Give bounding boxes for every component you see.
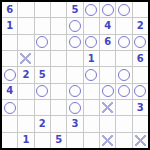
- circle-mark: [85, 69, 97, 81]
- circle-mark: [102, 85, 114, 97]
- clue-number: 2: [39, 119, 46, 129]
- cell-r5c9[interactable]: [133, 67, 148, 82]
- clue-number: 5: [55, 135, 62, 145]
- cross-mark: [20, 53, 31, 64]
- cell-r9c5[interactable]: [67, 133, 82, 148]
- cell-r4c4[interactable]: [51, 51, 66, 66]
- cell-r6c1[interactable]: 4: [2, 84, 17, 99]
- cell-r6c7[interactable]: [100, 84, 115, 99]
- cross-mark: [102, 135, 113, 146]
- circle-mark: [118, 36, 130, 48]
- cell-r2c7[interactable]: 4: [100, 18, 115, 33]
- cell-r5c6[interactable]: [84, 67, 99, 82]
- cell-r8c1[interactable]: [2, 116, 17, 131]
- cell-r7c3[interactable]: [35, 100, 50, 115]
- cell-r9c9[interactable]: [133, 133, 148, 148]
- cell-r1c5[interactable]: 5: [67, 2, 82, 17]
- circle-mark: [134, 36, 146, 48]
- cell-r7c2[interactable]: [18, 100, 33, 115]
- circle-mark: [85, 36, 97, 48]
- cell-r3c3[interactable]: [35, 35, 50, 50]
- clue-number: 6: [6, 5, 13, 15]
- cell-r6c5[interactable]: [67, 84, 82, 99]
- clue-number: 6: [137, 54, 144, 64]
- cell-r1c8[interactable]: [116, 2, 131, 17]
- cell-r6c8[interactable]: [116, 84, 131, 99]
- cell-r3c6[interactable]: [84, 35, 99, 50]
- circle-mark: [118, 85, 130, 97]
- cell-r1c9[interactable]: [133, 2, 148, 17]
- cell-r1c1[interactable]: 6: [2, 2, 17, 17]
- cell-r8c2[interactable]: [18, 116, 33, 131]
- cell-r6c9[interactable]: [133, 84, 148, 99]
- circle-mark: [118, 69, 130, 81]
- clue-number: 1: [6, 21, 13, 31]
- cell-r4c1[interactable]: [2, 51, 17, 66]
- puzzle-board: 6514261625432315: [2, 2, 148, 148]
- circle-mark: [85, 4, 97, 16]
- circle-mark: [69, 85, 81, 97]
- cell-r9c3[interactable]: [35, 133, 50, 148]
- cell-r2c1[interactable]: 1: [2, 18, 17, 33]
- cell-r3c1[interactable]: [2, 35, 17, 50]
- circle-mark: [118, 4, 130, 16]
- puzzle-window: 6514261625432315: [0, 0, 150, 150]
- cell-r5c4[interactable]: [51, 67, 66, 82]
- cell-r5c5[interactable]: [67, 67, 82, 82]
- cell-r2c9[interactable]: 2: [133, 18, 148, 33]
- clue-number: 3: [137, 103, 144, 113]
- cell-r9c8[interactable]: [116, 133, 131, 148]
- clue-number: 1: [23, 135, 30, 145]
- cell-r7c5[interactable]: [67, 100, 82, 115]
- circle-mark: [69, 20, 81, 32]
- cell-r4c2[interactable]: [18, 51, 33, 66]
- clue-number: 4: [6, 86, 13, 96]
- circle-mark: [36, 36, 48, 48]
- cell-r5c2[interactable]: 2: [18, 67, 33, 82]
- cell-r9c7[interactable]: [100, 133, 115, 148]
- cell-r9c4[interactable]: 5: [51, 133, 66, 148]
- cell-r5c1[interactable]: [2, 67, 17, 82]
- cell-r2c4[interactable]: [51, 18, 66, 33]
- cell-r9c1[interactable]: [2, 133, 17, 148]
- cross-mark: [102, 102, 113, 113]
- cell-r1c3[interactable]: [35, 2, 50, 17]
- cell-r8c8[interactable]: [116, 116, 131, 131]
- cell-r8c4[interactable]: [51, 116, 66, 131]
- cell-r7c8[interactable]: [116, 100, 131, 115]
- clue-number: 2: [23, 70, 30, 80]
- cell-r2c6[interactable]: [84, 18, 99, 33]
- cell-r1c7[interactable]: [100, 2, 115, 17]
- cell-r4c9[interactable]: 6: [133, 51, 148, 66]
- cell-r3c4[interactable]: [51, 35, 66, 50]
- cell-r3c2[interactable]: [18, 35, 33, 50]
- circle-mark: [102, 4, 114, 16]
- circle-mark: [36, 85, 48, 97]
- circle-mark: [69, 102, 81, 114]
- cell-r2c5[interactable]: [67, 18, 82, 33]
- circle-mark: [4, 69, 16, 81]
- clue-number: 4: [104, 21, 111, 31]
- cell-r8c9[interactable]: [133, 116, 148, 131]
- clue-number: 6: [104, 37, 111, 47]
- cell-r3c9[interactable]: [133, 35, 148, 50]
- cell-r6c6[interactable]: [84, 84, 99, 99]
- cell-r3c8[interactable]: [116, 35, 131, 50]
- cell-r9c6[interactable]: [84, 133, 99, 148]
- cell-r5c3[interactable]: 5: [35, 67, 50, 82]
- cell-r4c7[interactable]: [100, 51, 115, 66]
- clue-number: 5: [39, 70, 46, 80]
- circle-mark: [69, 36, 81, 48]
- cell-r1c2[interactable]: [18, 2, 33, 17]
- cross-mark: [135, 135, 146, 146]
- clue-number: 3: [72, 119, 79, 129]
- cell-r4c6[interactable]: 1: [84, 51, 99, 66]
- cell-r8c7[interactable]: [100, 116, 115, 131]
- cell-r7c4[interactable]: [51, 100, 66, 115]
- cell-r6c2[interactable]: [18, 84, 33, 99]
- circle-mark: [134, 85, 146, 97]
- cell-r8c5[interactable]: 3: [67, 116, 82, 131]
- cell-r4c3[interactable]: [35, 51, 50, 66]
- cell-r7c9[interactable]: 3: [133, 100, 148, 115]
- cell-r3c7[interactable]: 6: [100, 35, 115, 50]
- clue-number: 2: [137, 21, 144, 31]
- cell-r3c5[interactable]: [67, 35, 82, 50]
- cell-r8c6[interactable]: [84, 116, 99, 131]
- cell-r6c4[interactable]: [51, 84, 66, 99]
- cell-r2c8[interactable]: [116, 18, 131, 33]
- cell-r7c6[interactable]: [84, 100, 99, 115]
- cell-r4c8[interactable]: [116, 51, 131, 66]
- cell-r9c2[interactable]: 1: [18, 133, 33, 148]
- cell-r6c3[interactable]: [35, 84, 50, 99]
- cell-r1c4[interactable]: [51, 2, 66, 17]
- cell-r2c2[interactable]: [18, 18, 33, 33]
- cell-r2c3[interactable]: [35, 18, 50, 33]
- cell-r4c5[interactable]: [67, 51, 82, 66]
- circle-mark: [4, 102, 16, 114]
- cell-r5c7[interactable]: [100, 67, 115, 82]
- clue-number: 5: [72, 5, 79, 15]
- cell-r1c6[interactable]: [84, 2, 99, 17]
- clue-number: 1: [88, 54, 95, 64]
- cell-r8c3[interactable]: 2: [35, 116, 50, 131]
- cell-r5c8[interactable]: [116, 67, 131, 82]
- cell-r7c1[interactable]: [2, 100, 17, 115]
- cell-r7c7[interactable]: [100, 100, 115, 115]
